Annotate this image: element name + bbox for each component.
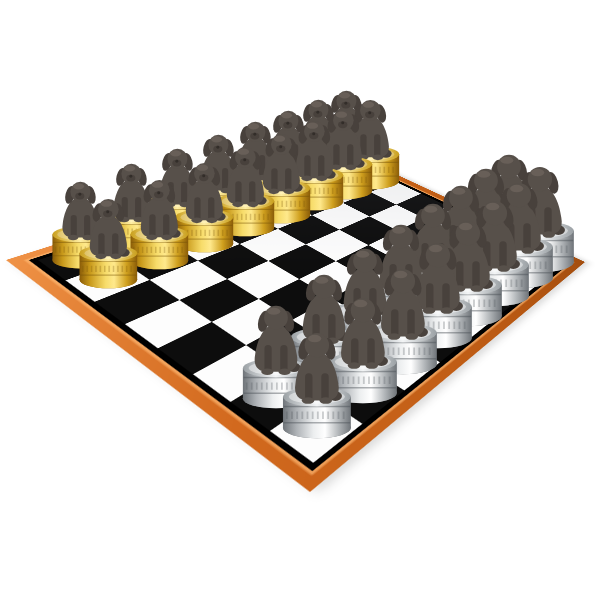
piece-silver-rook[interactable] <box>280 326 354 444</box>
piece-gold-pawn[interactable] <box>77 193 140 293</box>
pieces-layer <box>0 0 600 600</box>
chess-set-photo <box>0 0 600 600</box>
